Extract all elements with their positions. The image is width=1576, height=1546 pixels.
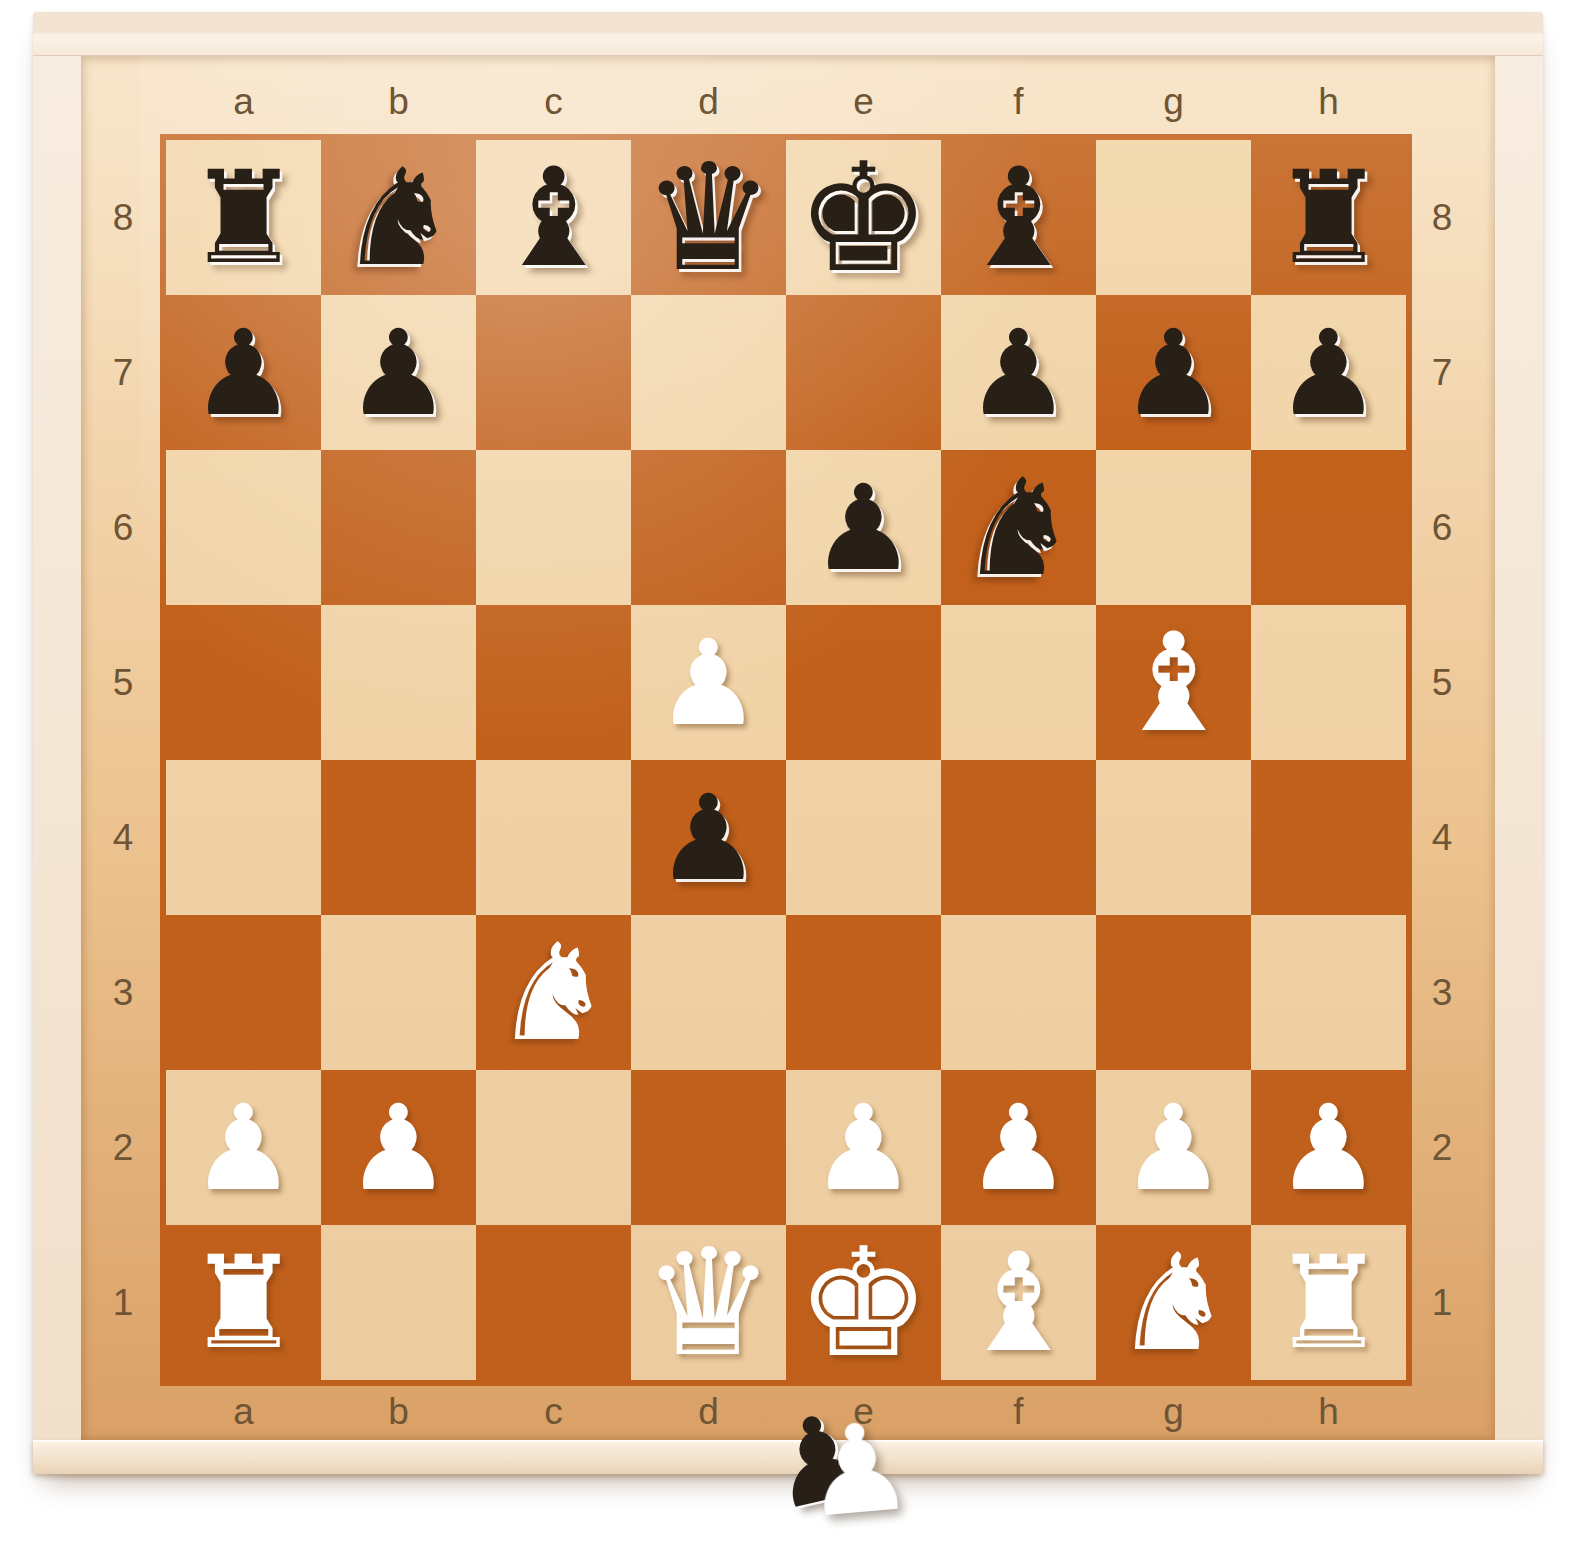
demonstration-chessboard: ♜♞♝♛♚♝♜♟♟♟♟♟♟♞♟♝♟♞♟♟♟♟♟♟♜♛♚♝♞♜ abcdefgh …: [0, 0, 1576, 1546]
rank-label-right-2: 2: [1432, 1127, 1453, 1169]
square-e5[interactable]: [786, 605, 941, 760]
square-g1[interactable]: ♞: [1096, 1225, 1251, 1380]
black-pawn[interactable]: ♟: [191, 314, 297, 432]
black-pawn[interactable]: ♟: [811, 469, 917, 587]
square-d4[interactable]: ♟: [631, 760, 786, 915]
file-label-top-g: g: [1163, 81, 1184, 123]
black-bishop[interactable]: ♝: [958, 150, 1080, 286]
white-pawn[interactable]: ♟: [1121, 1089, 1227, 1207]
white-pawn[interactable]: ♟: [656, 624, 762, 742]
black-pawn[interactable]: ♟: [1276, 314, 1382, 432]
square-d6[interactable]: [631, 450, 786, 605]
square-c2[interactable]: [476, 1070, 631, 1225]
square-g6[interactable]: [1096, 450, 1251, 605]
square-e6[interactable]: ♟: [786, 450, 941, 605]
square-f2[interactable]: ♟: [941, 1070, 1096, 1225]
rank-label-right-5: 5: [1432, 662, 1453, 704]
file-label-top-b: b: [388, 81, 409, 123]
square-f3[interactable]: [941, 915, 1096, 1070]
square-e8[interactable]: ♚: [786, 140, 941, 295]
white-rook[interactable]: ♜: [1271, 1239, 1386, 1367]
black-rook[interactable]: ♜: [1271, 154, 1386, 282]
square-e1[interactable]: ♚: [786, 1225, 941, 1380]
square-h2[interactable]: ♟: [1251, 1070, 1406, 1225]
square-d8[interactable]: ♛: [631, 140, 786, 295]
white-queen[interactable]: ♛: [642, 1229, 775, 1377]
black-pawn[interactable]: ♟: [966, 314, 1072, 432]
black-knight[interactable]: ♞: [338, 151, 458, 285]
rank-label-left-5: 5: [113, 662, 134, 704]
square-a6[interactable]: [166, 450, 321, 605]
white-rook[interactable]: ♜: [186, 1239, 301, 1367]
square-b3[interactable]: [321, 915, 476, 1070]
square-d2[interactable]: [631, 1070, 786, 1225]
black-knight[interactable]: ♞: [958, 461, 1078, 595]
square-e7[interactable]: [786, 295, 941, 450]
square-a7[interactable]: ♟: [166, 295, 321, 450]
rank-label-left-2: 2: [113, 1127, 134, 1169]
square-e4[interactable]: [786, 760, 941, 915]
chess-grid: ♜♞♝♛♚♝♜♟♟♟♟♟♟♞♟♝♟♞♟♟♟♟♟♟♜♛♚♝♞♜: [160, 134, 1412, 1386]
square-h6[interactable]: [1251, 450, 1406, 605]
square-f1[interactable]: ♝: [941, 1225, 1096, 1380]
file-label-top-h: h: [1318, 81, 1339, 123]
square-c3[interactable]: ♞: [476, 915, 631, 1070]
black-pawn[interactable]: ♟: [346, 314, 452, 432]
file-label-bottom-b: b: [388, 1391, 409, 1433]
square-h3[interactable]: [1251, 915, 1406, 1070]
square-d1[interactable]: ♛: [631, 1225, 786, 1380]
spare-white-pawn[interactable]: ♟: [798, 1404, 918, 1535]
square-a4[interactable]: [166, 760, 321, 915]
square-a8[interactable]: ♜: [166, 140, 321, 295]
square-c6[interactable]: [476, 450, 631, 605]
white-king[interactable]: ♚: [796, 1228, 930, 1378]
file-label-bottom-g: g: [1163, 1391, 1184, 1433]
square-a1[interactable]: ♜: [166, 1225, 321, 1380]
square-c7[interactable]: [476, 295, 631, 450]
square-g4[interactable]: [1096, 760, 1251, 915]
black-king[interactable]: ♚: [796, 143, 930, 293]
rank-label-left-7: 7: [113, 352, 134, 394]
square-f5[interactable]: [941, 605, 1096, 760]
square-c5[interactable]: [476, 605, 631, 760]
black-rook[interactable]: ♜: [186, 154, 301, 282]
square-h8[interactable]: ♜: [1251, 140, 1406, 295]
square-d3[interactable]: [631, 915, 786, 1070]
file-label-bottom-f: f: [1013, 1391, 1023, 1433]
square-f6[interactable]: ♞: [941, 450, 1096, 605]
square-c1[interactable]: [476, 1225, 631, 1380]
white-knight[interactable]: ♞: [493, 926, 613, 1060]
square-g2[interactable]: ♟: [1096, 1070, 1251, 1225]
square-e2[interactable]: ♟: [786, 1070, 941, 1225]
wooden-frame: ♜♞♝♛♚♝♜♟♟♟♟♟♟♞♟♝♟♞♟♟♟♟♟♟♜♛♚♝♞♜ abcdefgh …: [33, 12, 1543, 1474]
black-pawn[interactable]: ♟: [656, 779, 762, 897]
square-f7[interactable]: ♟: [941, 295, 1096, 450]
square-a5[interactable]: [166, 605, 321, 760]
white-knight[interactable]: ♞: [1113, 1236, 1233, 1370]
file-label-top-e: e: [853, 81, 874, 123]
square-b2[interactable]: ♟: [321, 1070, 476, 1225]
square-d7[interactable]: [631, 295, 786, 450]
rank-label-left-3: 3: [113, 972, 134, 1014]
white-bishop[interactable]: ♝: [958, 1235, 1080, 1371]
rank-label-right-7: 7: [1432, 352, 1453, 394]
square-f8[interactable]: ♝: [941, 140, 1096, 295]
black-queen[interactable]: ♛: [642, 144, 775, 292]
square-b8[interactable]: ♞: [321, 140, 476, 295]
rank-label-right-6: 6: [1432, 507, 1453, 549]
square-b4[interactable]: [321, 760, 476, 915]
rank-label-right-8: 8: [1432, 197, 1453, 239]
square-c8[interactable]: ♝: [476, 140, 631, 295]
file-label-top-d: d: [698, 81, 719, 123]
file-label-bottom-c: c: [544, 1391, 563, 1433]
rank-label-left-4: 4: [113, 817, 134, 859]
square-h7[interactable]: ♟: [1251, 295, 1406, 450]
square-g8[interactable]: [1096, 140, 1251, 295]
square-c4[interactable]: [476, 760, 631, 915]
white-bishop[interactable]: ♝: [1113, 615, 1235, 751]
square-h1[interactable]: ♜: [1251, 1225, 1406, 1380]
white-pawn[interactable]: ♟: [811, 1089, 917, 1207]
square-b6[interactable]: [321, 450, 476, 605]
square-a2[interactable]: ♟: [166, 1070, 321, 1225]
square-g3[interactable]: [1096, 915, 1251, 1070]
square-g7[interactable]: ♟: [1096, 295, 1251, 450]
rank-label-left-6: 6: [113, 507, 134, 549]
file-label-top-a: a: [233, 81, 254, 123]
square-b7[interactable]: ♟: [321, 295, 476, 450]
file-label-bottom-a: a: [233, 1391, 254, 1433]
square-f4[interactable]: [941, 760, 1096, 915]
square-g5[interactable]: ♝: [1096, 605, 1251, 760]
white-pawn[interactable]: ♟: [1276, 1089, 1382, 1207]
rank-label-right-3: 3: [1432, 972, 1453, 1014]
file-label-bottom-h: h: [1318, 1391, 1339, 1433]
rank-label-right-1: 1: [1432, 1282, 1453, 1324]
white-pawn[interactable]: ♟: [191, 1089, 297, 1207]
file-label-top-c: c: [544, 81, 563, 123]
file-label-top-f: f: [1013, 81, 1023, 123]
black-bishop[interactable]: ♝: [493, 150, 615, 286]
rank-label-left-1: 1: [113, 1282, 134, 1324]
square-e3[interactable]: [786, 915, 941, 1070]
square-b5[interactable]: [321, 605, 476, 760]
square-a3[interactable]: [166, 915, 321, 1070]
square-d5[interactable]: ♟: [631, 605, 786, 760]
rank-label-right-4: 4: [1432, 817, 1453, 859]
square-h5[interactable]: [1251, 605, 1406, 760]
white-pawn[interactable]: ♟: [346, 1089, 452, 1207]
rank-label-left-8: 8: [113, 197, 134, 239]
white-pawn[interactable]: ♟: [966, 1089, 1072, 1207]
file-label-bottom-d: d: [698, 1391, 719, 1433]
square-h4[interactable]: [1251, 760, 1406, 915]
board-surface: ♜♞♝♛♚♝♜♟♟♟♟♟♟♞♟♝♟♞♟♟♟♟♟♟♜♛♚♝♞♜ abcdefgh …: [81, 56, 1495, 1440]
black-pawn[interactable]: ♟: [1121, 314, 1227, 432]
square-b1[interactable]: [321, 1225, 476, 1380]
